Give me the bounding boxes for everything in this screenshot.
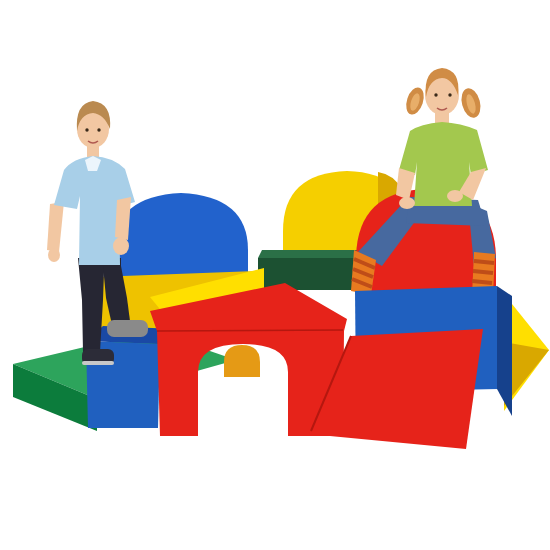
boy-shoe-sole [82, 361, 114, 365]
boy-left-hand [113, 237, 129, 255]
tunnel-inner-block [224, 345, 260, 377]
boy-right-arm [47, 202, 64, 252]
boy-eye-right [97, 128, 100, 131]
girl-eye-left [434, 93, 437, 96]
blue-dome-block [113, 193, 248, 283]
boy-eye-left [85, 128, 88, 131]
red-arch-top-crease [157, 330, 343, 331]
boy-right-hand [48, 248, 60, 262]
blue-beam-block-end [497, 286, 512, 416]
girl-left-hand [399, 197, 415, 209]
product-photo [0, 0, 550, 550]
boy-sneaker [107, 320, 148, 337]
girl-eye-right [448, 93, 451, 96]
soft-play-scene [0, 0, 550, 550]
girl-right-hand [447, 190, 463, 202]
